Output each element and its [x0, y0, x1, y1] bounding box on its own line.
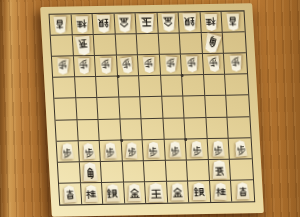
sente-pawn-piece[interactable] [168, 141, 182, 157]
square-9i[interactable] [59, 183, 82, 204]
square-3d[interactable] [182, 75, 205, 96]
lance-kanji-glyph (香) [64, 189, 76, 202]
knight-kanji-glyph (桂) [205, 14, 217, 26]
square-3a[interactable] [179, 12, 202, 33]
square-1a[interactable] [222, 11, 245, 32]
sente-lance-piece[interactable] [62, 185, 78, 203]
board-grid [49, 10, 256, 205]
square-1b[interactable] [223, 32, 246, 53]
gote-silver-piece[interactable] [182, 13, 198, 31]
square-8e[interactable] [76, 98, 99, 119]
gote-gold-piece[interactable] [160, 14, 176, 32]
square-1d[interactable] [226, 75, 249, 96]
hoshi-star-point [120, 139, 123, 142]
king-kanji-glyph (玉) [140, 15, 154, 29]
square-3h[interactable] [187, 160, 210, 181]
gote-pawn-piece[interactable] [185, 56, 199, 72]
pawn-kanji-glyph (歩) [170, 145, 181, 156]
silver-kanji-glyph (銀) [193, 187, 206, 200]
square-8g[interactable] [78, 141, 101, 162]
gote-pawn-piece[interactable] [99, 58, 113, 74]
square-5f[interactable] [142, 118, 165, 139]
pawn-kanji-glyph (歩) [148, 146, 159, 157]
square-7a[interactable] [93, 14, 116, 35]
square-1i[interactable] [231, 180, 254, 201]
pawn-kanji-glyph (歩) [100, 59, 111, 70]
pawn-kanji-glyph (歩) [235, 144, 246, 156]
square-6h[interactable] [122, 161, 145, 182]
knight-kanji-glyph (桂) [76, 17, 88, 29]
square-3c[interactable] [181, 54, 204, 75]
square-2f[interactable] [206, 117, 229, 138]
square-7c[interactable] [95, 56, 118, 77]
pawn-kanji-glyph (歩) [230, 57, 241, 68]
square-8h[interactable] [79, 162, 102, 183]
square-7g[interactable] [100, 140, 123, 161]
square-5e[interactable] [141, 97, 164, 118]
square-1e[interactable] [227, 96, 250, 117]
square-5i[interactable] [145, 182, 168, 203]
rook-kanji-glyph (飛) [76, 36, 90, 50]
square-2e[interactable] [205, 96, 228, 117]
gold-kanji-glyph (金) [162, 15, 175, 28]
lance-kanji-glyph (香) [55, 17, 67, 29]
square-3b[interactable] [180, 33, 203, 54]
gote-silver-piece[interactable] [96, 15, 112, 33]
pawn-kanji-glyph (歩) [58, 60, 68, 72]
knight-kanji-glyph (桂) [86, 189, 98, 201]
square-3i[interactable] [188, 181, 211, 202]
pawn-kanji-glyph (歩) [62, 147, 73, 158]
square-4b[interactable] [159, 34, 182, 55]
square-6f[interactable] [120, 119, 143, 140]
square-9d[interactable] [53, 78, 76, 99]
sente-gold-piece[interactable] [127, 184, 143, 202]
sente-pawn-piece[interactable] [82, 142, 97, 159]
square-9e[interactable] [54, 99, 77, 120]
square-9c[interactable] [52, 57, 75, 78]
king-kanji-glyph (王) [149, 187, 163, 201]
hoshi-star-point [184, 138, 187, 141]
square-3f[interactable] [185, 118, 208, 139]
pawn-kanji-glyph (歩) [192, 145, 203, 156]
pawn-kanji-glyph (歩) [187, 57, 198, 68]
gote-knight-piece[interactable] [204, 13, 219, 30]
gote-king-piece[interactable] [138, 13, 156, 32]
sente-pawn-piece[interactable] [104, 142, 118, 158]
square-8b[interactable] [72, 35, 95, 56]
square-6g[interactable] [121, 140, 144, 161]
square-4d[interactable] [161, 76, 184, 97]
hoshi-star-point [116, 75, 119, 78]
square-4g[interactable] [164, 139, 187, 160]
sente-pawn-piece[interactable] [125, 142, 139, 159]
silver-kanji-glyph (銀) [107, 188, 120, 201]
square-9h[interactable] [58, 162, 81, 183]
gote-pawn-piece[interactable] [77, 58, 91, 74]
pawn-kanji-glyph (歩) [84, 146, 95, 158]
sente-knight-piece[interactable] [214, 182, 228, 200]
square-9f[interactable] [55, 120, 78, 141]
square-7d[interactable] [96, 77, 119, 98]
square-1h[interactable] [230, 159, 253, 180]
gote-pawn-piece[interactable] [120, 57, 136, 75]
pawn-kanji-glyph (歩) [79, 59, 90, 70]
sente-pawn-piece[interactable] [61, 143, 75, 159]
gote-bishop-piece[interactable] [202, 32, 222, 55]
lance-kanji-glyph (香) [237, 186, 249, 198]
bishop-kanji-glyph (角) [84, 167, 97, 180]
sente-gold-piece[interactable] [170, 183, 186, 201]
square-9a[interactable] [50, 14, 73, 35]
square-2d[interactable] [204, 75, 227, 96]
square-4i[interactable] [167, 181, 190, 202]
gote-lance-piece[interactable] [53, 16, 68, 33]
gold-kanji-glyph (金) [128, 188, 141, 201]
square-2b[interactable] [202, 33, 225, 54]
gote-rook-piece[interactable] [74, 35, 92, 55]
square-2h[interactable] [209, 159, 232, 180]
square-6e[interactable] [119, 98, 142, 119]
square-3g[interactable] [186, 139, 209, 160]
sente-lance-piece[interactable] [235, 182, 250, 199]
knight-kanji-glyph (桂) [215, 186, 226, 199]
square-6b[interactable] [115, 34, 138, 55]
sente-rook-piece[interactable] [211, 160, 228, 179]
square-5h[interactable] [144, 161, 167, 182]
square-8i[interactable] [81, 183, 104, 204]
pawn-kanji-glyph (歩) [165, 58, 175, 70]
square-7e[interactable] [97, 98, 120, 119]
sente-knight-piece[interactable] [84, 185, 99, 202]
square-1c[interactable] [224, 54, 247, 75]
sente-bishop-piece[interactable] [82, 162, 99, 181]
square-5c[interactable] [138, 55, 161, 76]
square-5b[interactable] [137, 34, 160, 55]
silver-kanji-glyph (銀) [97, 16, 110, 29]
pawn-kanji-glyph (歩) [105, 146, 116, 157]
square-7b[interactable] [94, 35, 117, 56]
square-2i[interactable] [210, 180, 233, 201]
square-4e[interactable] [162, 97, 185, 118]
gote-pawn-piece[interactable] [142, 57, 156, 73]
square-8f[interactable] [77, 119, 100, 140]
gote-pawn-piece[interactable] [56, 58, 69, 75]
sente-pawn-piece[interactable] [190, 141, 204, 157]
pawn-kanji-glyph (歩) [127, 146, 137, 158]
pawn-kanji-glyph (歩) [208, 57, 219, 69]
square-5g[interactable] [143, 139, 166, 160]
table-surface [0, 0, 300, 217]
square-7i[interactable] [102, 182, 125, 203]
silver-kanji-glyph (銀) [183, 14, 196, 27]
gote-lance-piece[interactable] [226, 13, 241, 30]
gote-gold-piece[interactable] [117, 14, 133, 32]
square-2g[interactable] [208, 138, 231, 159]
square-1f[interactable] [228, 117, 251, 138]
bishop-kanji-glyph (角) [206, 33, 221, 49]
pawn-kanji-glyph (歩) [213, 144, 224, 155]
square-6d[interactable] [118, 77, 141, 98]
square-4c[interactable] [160, 55, 183, 76]
square-1g[interactable] [229, 138, 252, 159]
rook-kanji-glyph (飛) [213, 165, 226, 178]
sente-silver-piece[interactable] [191, 182, 207, 200]
gote-knight-piece[interactable] [75, 16, 90, 33]
gold-kanji-glyph (金) [171, 187, 184, 200]
square-2c[interactable] [203, 54, 226, 75]
square-6c[interactable] [117, 55, 140, 76]
square-6i[interactable] [124, 182, 147, 203]
square-8d[interactable] [75, 77, 98, 98]
square-4h[interactable] [166, 160, 189, 181]
square-7h[interactable] [101, 161, 124, 182]
square-9b[interactable] [51, 35, 74, 56]
square-9g[interactable] [57, 141, 80, 162]
sente-pawn-piece[interactable] [211, 140, 225, 156]
square-8a[interactable] [71, 14, 94, 35]
square-7f[interactable] [99, 119, 122, 140]
square-3e[interactable] [184, 97, 207, 118]
square-4a[interactable] [157, 13, 180, 34]
square-5a[interactable] [136, 13, 159, 34]
gold-kanji-glyph (金) [119, 15, 132, 28]
lance-kanji-glyph (香) [227, 14, 239, 26]
sente-king-piece[interactable] [147, 183, 165, 202]
pawn-kanji-glyph (歩) [144, 58, 155, 69]
square-4f[interactable] [163, 118, 186, 139]
gote-pawn-piece[interactable] [164, 57, 178, 74]
gote-pawn-piece[interactable] [206, 56, 221, 73]
sente-silver-piece[interactable] [105, 184, 121, 202]
square-5d[interactable] [139, 76, 162, 97]
hoshi-star-point [181, 74, 184, 77]
square-6a[interactable] [114, 13, 137, 34]
sente-pawn-piece[interactable] [233, 140, 248, 157]
gote-pawn-piece[interactable] [229, 56, 243, 72]
square-2a[interactable] [200, 12, 223, 33]
sente-pawn-piece[interactable] [147, 142, 161, 158]
shogi-board [40, 3, 264, 217]
square-8c[interactable] [73, 56, 96, 77]
